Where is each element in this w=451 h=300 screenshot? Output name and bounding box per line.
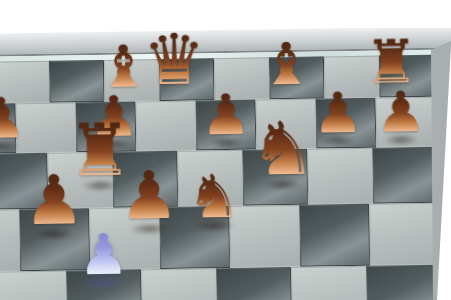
square-f7 xyxy=(256,99,317,150)
square-e4 xyxy=(141,268,217,300)
square-h5 xyxy=(369,203,440,266)
chess-board: ♝♛♝♜♟♟♟♟♟♜♞♟♟♞♟ xyxy=(0,0,451,300)
square-c5 xyxy=(19,208,90,271)
chess-photo-canvas: ♝♛♝♜♟♟♟♟♟♜♞♟♟♞♟ xyxy=(0,0,451,300)
square-a7 xyxy=(0,103,16,154)
square-c7 xyxy=(76,101,137,152)
square-g6 xyxy=(307,148,373,205)
square-g5 xyxy=(299,204,370,267)
square-g8 xyxy=(324,56,380,99)
square-f8 xyxy=(269,56,325,99)
square-e6 xyxy=(177,150,243,207)
square-f5 xyxy=(229,205,300,268)
square-h7 xyxy=(376,97,437,148)
square-g4 xyxy=(291,266,367,300)
square-d8 xyxy=(159,58,215,101)
square-e5 xyxy=(159,206,230,269)
square-h6 xyxy=(372,147,438,204)
square-c4 xyxy=(0,271,67,300)
square-d6 xyxy=(112,151,178,208)
square-d7 xyxy=(136,100,197,151)
square-b8 xyxy=(49,60,105,103)
square-b5 xyxy=(0,209,20,272)
square-b6 xyxy=(0,153,48,210)
background-top xyxy=(0,0,451,28)
square-g7 xyxy=(316,98,377,149)
square-d5 xyxy=(89,207,160,270)
square-d4 xyxy=(66,269,142,300)
square-h8 xyxy=(379,55,435,98)
square-f4 xyxy=(216,267,292,300)
square-c6 xyxy=(47,152,113,209)
square-b7 xyxy=(16,102,77,153)
square-f6 xyxy=(242,149,308,206)
square-a8 xyxy=(0,61,50,104)
square-e7 xyxy=(196,100,257,151)
square-e8 xyxy=(214,57,270,100)
square-c8 xyxy=(104,59,160,102)
square-h4 xyxy=(366,265,442,300)
